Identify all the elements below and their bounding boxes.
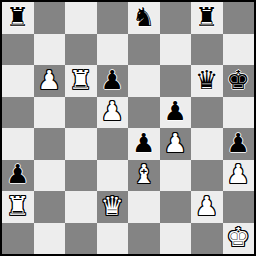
square-a5[interactable] [2,97,34,129]
square-g3[interactable] [191,160,223,192]
chess-board: ♜♞♜♟♜♟♛♚♟♟♟♟♟♟♝♟♜♛♟♚ [2,2,254,254]
square-c3[interactable] [65,160,97,192]
square-d5[interactable]: ♟ [97,97,129,129]
square-c6[interactable]: ♜ [65,65,97,97]
square-c2[interactable] [65,191,97,223]
square-g6[interactable]: ♛ [191,65,223,97]
square-a2[interactable]: ♜ [2,191,34,223]
square-d8[interactable] [97,2,129,34]
square-f8[interactable] [160,2,192,34]
piece-black-pawn[interactable]: ♟ [6,161,29,187]
piece-white-king[interactable]: ♚ [227,224,250,250]
board-frame: ♜♞♜♟♜♟♛♚♟♟♟♟♟♟♝♟♜♛♟♚ [0,0,256,256]
square-b8[interactable] [34,2,66,34]
square-c8[interactable] [65,2,97,34]
piece-white-queen[interactable]: ♛ [101,193,124,219]
piece-black-pawn[interactable]: ♟ [164,98,187,124]
square-b4[interactable] [34,128,66,160]
square-f5[interactable]: ♟ [160,97,192,129]
square-d7[interactable] [97,34,129,66]
square-g4[interactable] [191,128,223,160]
square-h7[interactable] [223,34,255,66]
piece-white-pawn[interactable]: ♟ [38,67,61,93]
piece-black-queen[interactable]: ♛ [195,67,218,93]
square-h1[interactable]: ♚ [223,223,255,255]
square-b2[interactable] [34,191,66,223]
square-g7[interactable] [191,34,223,66]
square-f6[interactable] [160,65,192,97]
square-g8[interactable]: ♜ [191,2,223,34]
square-g1[interactable] [191,223,223,255]
square-d3[interactable] [97,160,129,192]
square-h2[interactable] [223,191,255,223]
piece-black-knight[interactable]: ♞ [132,4,155,30]
square-e5[interactable] [128,97,160,129]
square-h4[interactable]: ♟ [223,128,255,160]
piece-black-rook[interactable]: ♜ [195,4,218,30]
square-h6[interactable]: ♚ [223,65,255,97]
square-d6[interactable]: ♟ [97,65,129,97]
square-f4[interactable]: ♟ [160,128,192,160]
square-e7[interactable] [128,34,160,66]
piece-white-pawn[interactable]: ♟ [101,98,124,124]
square-g5[interactable] [191,97,223,129]
square-e2[interactable] [128,191,160,223]
square-b7[interactable] [34,34,66,66]
piece-white-pawn[interactable]: ♟ [227,161,250,187]
square-e4[interactable]: ♟ [128,128,160,160]
square-a3[interactable]: ♟ [2,160,34,192]
square-e3[interactable]: ♝ [128,160,160,192]
square-h8[interactable] [223,2,255,34]
square-a1[interactable] [2,223,34,255]
square-f3[interactable] [160,160,192,192]
piece-white-pawn[interactable]: ♟ [164,130,187,156]
piece-white-pawn[interactable]: ♟ [195,193,218,219]
square-b6[interactable]: ♟ [34,65,66,97]
square-b5[interactable] [34,97,66,129]
square-e1[interactable] [128,223,160,255]
square-h5[interactable] [223,97,255,129]
piece-white-rook[interactable]: ♜ [69,67,92,93]
square-c5[interactable] [65,97,97,129]
square-a8[interactable]: ♜ [2,2,34,34]
square-f2[interactable] [160,191,192,223]
square-a6[interactable] [2,65,34,97]
square-f1[interactable] [160,223,192,255]
piece-black-rook[interactable]: ♜ [6,4,29,30]
piece-black-pawn[interactable]: ♟ [101,67,124,93]
piece-black-pawn[interactable]: ♟ [227,130,250,156]
piece-black-pawn[interactable]: ♟ [132,130,155,156]
piece-black-king[interactable]: ♚ [227,67,250,93]
square-d2[interactable]: ♛ [97,191,129,223]
square-e6[interactable] [128,65,160,97]
square-a7[interactable] [2,34,34,66]
square-b3[interactable] [34,160,66,192]
square-c1[interactable] [65,223,97,255]
square-e8[interactable]: ♞ [128,2,160,34]
square-h3[interactable]: ♟ [223,160,255,192]
square-f7[interactable] [160,34,192,66]
square-d4[interactable] [97,128,129,160]
square-a4[interactable] [2,128,34,160]
piece-white-bishop[interactable]: ♝ [132,161,155,187]
square-d1[interactable] [97,223,129,255]
square-c4[interactable] [65,128,97,160]
square-g2[interactable]: ♟ [191,191,223,223]
piece-white-rook[interactable]: ♜ [6,193,29,219]
square-c7[interactable] [65,34,97,66]
square-b1[interactable] [34,223,66,255]
